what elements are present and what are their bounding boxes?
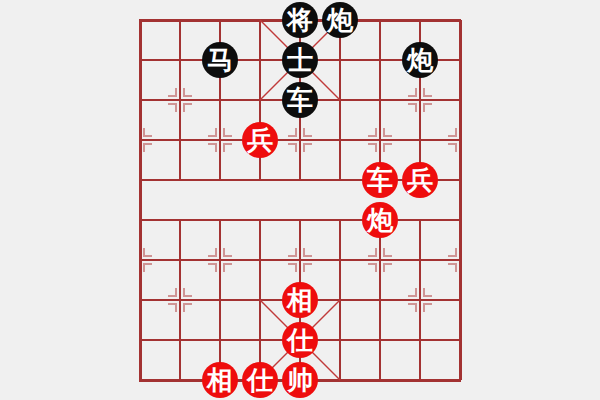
- xiangqi-board[interactable]: 将炮马士炮车兵车兵炮相仕相仕帅: [0, 0, 600, 400]
- black-cannon[interactable]: 炮: [402, 42, 438, 78]
- black-cannon[interactable]: 炮: [322, 2, 358, 38]
- red-elephant[interactable]: 相: [282, 282, 318, 318]
- black-advisor[interactable]: 士: [282, 42, 318, 78]
- pieces-layer: 将炮马士炮车兵车兵炮相仕相仕帅: [120, 0, 480, 400]
- red-cannon[interactable]: 炮: [362, 202, 398, 238]
- red-general[interactable]: 帅: [282, 362, 318, 398]
- red-chariot[interactable]: 车: [362, 162, 398, 198]
- xiangqi-app: 将炮马士炮车兵车兵炮相仕相仕帅: [0, 0, 600, 400]
- red-advisor[interactable]: 仕: [282, 322, 318, 358]
- black-horse[interactable]: 马: [202, 42, 238, 78]
- black-general[interactable]: 将: [282, 2, 318, 38]
- red-soldier[interactable]: 兵: [402, 162, 438, 198]
- black-chariot[interactable]: 车: [282, 82, 318, 118]
- red-soldier[interactable]: 兵: [242, 122, 278, 158]
- red-elephant[interactable]: 相: [202, 362, 238, 398]
- red-advisor[interactable]: 仕: [242, 362, 278, 398]
